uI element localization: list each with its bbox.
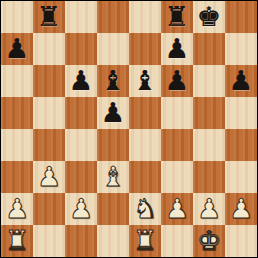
white-knight-e2[interactable]: ♞ <box>133 193 157 225</box>
white-pawn-g2[interactable]: ♟ <box>197 193 221 225</box>
square-h3[interactable] <box>225 161 257 193</box>
square-c8[interactable] <box>65 1 97 33</box>
square-b5[interactable] <box>33 97 65 129</box>
square-d4[interactable] <box>97 129 129 161</box>
black-pawn-d5[interactable]: ♟ <box>101 97 125 129</box>
square-d3[interactable]: ♝ <box>97 161 129 193</box>
square-c5[interactable] <box>65 97 97 129</box>
square-c1[interactable] <box>65 225 97 257</box>
square-b2[interactable] <box>33 193 65 225</box>
square-d1[interactable] <box>97 225 129 257</box>
square-h4[interactable] <box>225 129 257 161</box>
square-b4[interactable] <box>33 129 65 161</box>
white-pawn-b3[interactable]: ♟ <box>37 161 61 193</box>
square-b1[interactable] <box>33 225 65 257</box>
black-bishop-e6[interactable]: ♝ <box>133 65 157 97</box>
square-a3[interactable] <box>1 161 33 193</box>
square-h8[interactable] <box>225 1 257 33</box>
black-pawn-a7[interactable]: ♟ <box>5 33 29 65</box>
square-c2[interactable]: ♟ <box>65 193 97 225</box>
square-e6[interactable]: ♝ <box>129 65 161 97</box>
square-a5[interactable] <box>1 97 33 129</box>
white-king-g1[interactable]: ♚ <box>197 225 221 257</box>
square-e5[interactable] <box>129 97 161 129</box>
square-h1[interactable] <box>225 225 257 257</box>
square-b7[interactable] <box>33 33 65 65</box>
square-d5[interactable]: ♟ <box>97 97 129 129</box>
square-d7[interactable] <box>97 33 129 65</box>
square-g8[interactable]: ♚ <box>193 1 225 33</box>
white-pawn-h2[interactable]: ♟ <box>229 193 253 225</box>
white-rook-a1[interactable]: ♜ <box>5 225 29 257</box>
square-g7[interactable] <box>193 33 225 65</box>
square-a6[interactable] <box>1 65 33 97</box>
square-h2[interactable]: ♟ <box>225 193 257 225</box>
white-pawn-f2[interactable]: ♟ <box>165 193 189 225</box>
square-a1[interactable]: ♜ <box>1 225 33 257</box>
square-f4[interactable] <box>161 129 193 161</box>
square-f7[interactable]: ♟ <box>161 33 193 65</box>
square-d8[interactable] <box>97 1 129 33</box>
square-f8[interactable]: ♜ <box>161 1 193 33</box>
square-f5[interactable] <box>161 97 193 129</box>
square-f3[interactable] <box>161 161 193 193</box>
square-c4[interactable] <box>65 129 97 161</box>
square-c6[interactable]: ♟ <box>65 65 97 97</box>
white-bishop-d3[interactable]: ♝ <box>101 161 125 193</box>
black-pawn-f7[interactable]: ♟ <box>165 33 189 65</box>
square-a7[interactable]: ♟ <box>1 33 33 65</box>
square-b3[interactable]: ♟ <box>33 161 65 193</box>
white-pawn-c2[interactable]: ♟ <box>69 193 93 225</box>
black-pawn-h6[interactable]: ♟ <box>229 65 253 97</box>
white-pawn-a2[interactable]: ♟ <box>5 193 29 225</box>
square-e8[interactable] <box>129 1 161 33</box>
square-e1[interactable]: ♜ <box>129 225 161 257</box>
black-rook-b8[interactable]: ♜ <box>37 1 61 33</box>
black-pawn-c6[interactable]: ♟ <box>69 65 93 97</box>
square-b6[interactable] <box>33 65 65 97</box>
square-a8[interactable] <box>1 1 33 33</box>
square-c3[interactable] <box>65 161 97 193</box>
square-e7[interactable] <box>129 33 161 65</box>
black-rook-f8[interactable]: ♜ <box>165 1 189 33</box>
chess-board-frame: ♜♜♚♟♟♟♝♝♟♟♟♟♝♟♟♞♟♟♟♜♜♚ <box>0 0 258 258</box>
square-f6[interactable]: ♟ <box>161 65 193 97</box>
square-g2[interactable]: ♟ <box>193 193 225 225</box>
square-a4[interactable] <box>1 129 33 161</box>
square-b8[interactable]: ♜ <box>33 1 65 33</box>
black-pawn-f6[interactable]: ♟ <box>165 65 189 97</box>
square-c7[interactable] <box>65 33 97 65</box>
square-e4[interactable] <box>129 129 161 161</box>
square-g4[interactable] <box>193 129 225 161</box>
square-g6[interactable] <box>193 65 225 97</box>
black-king-g8[interactable]: ♚ <box>197 1 221 33</box>
square-f2[interactable]: ♟ <box>161 193 193 225</box>
square-h6[interactable]: ♟ <box>225 65 257 97</box>
square-e2[interactable]: ♞ <box>129 193 161 225</box>
square-e3[interactable] <box>129 161 161 193</box>
white-rook-e1[interactable]: ♜ <box>133 225 157 257</box>
square-h5[interactable] <box>225 97 257 129</box>
square-d6[interactable]: ♝ <box>97 65 129 97</box>
square-a2[interactable]: ♟ <box>1 193 33 225</box>
square-h7[interactable] <box>225 33 257 65</box>
square-g1[interactable]: ♚ <box>193 225 225 257</box>
chess-board: ♜♜♚♟♟♟♝♝♟♟♟♟♝♟♟♞♟♟♟♜♜♚ <box>1 1 257 257</box>
square-g3[interactable] <box>193 161 225 193</box>
black-bishop-d6[interactable]: ♝ <box>101 65 125 97</box>
square-d2[interactable] <box>97 193 129 225</box>
square-g5[interactable] <box>193 97 225 129</box>
square-f1[interactable] <box>161 225 193 257</box>
